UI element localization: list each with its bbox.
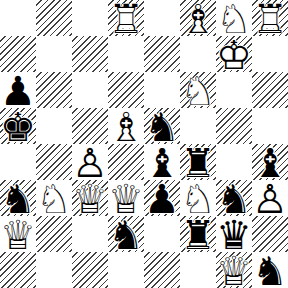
square-b1[interactable] xyxy=(36,252,72,288)
square-a2[interactable]: ♛♕ xyxy=(0,216,36,252)
white-pawn-piece: ♙ xyxy=(72,145,108,180)
square-h6[interactable] xyxy=(252,72,288,108)
square-b3[interactable]: ♞♘ xyxy=(36,180,72,216)
square-g1[interactable]: ♛♕ xyxy=(216,252,252,288)
square-b5[interactable] xyxy=(36,108,72,144)
square-e4[interactable]: ♝ xyxy=(144,144,180,180)
white-queen-piece-fill: ♛ xyxy=(0,217,36,252)
black-bishop-piece: ♝ xyxy=(252,145,288,180)
square-a7[interactable] xyxy=(0,36,36,72)
square-a8[interactable] xyxy=(0,0,36,36)
white-queen-piece-fill: ♛ xyxy=(216,253,252,288)
square-g8[interactable]: ♞♘ xyxy=(216,0,252,36)
square-b2[interactable] xyxy=(36,216,72,252)
square-c3[interactable]: ♛♕ xyxy=(72,180,108,216)
white-queen-piece-fill: ♛ xyxy=(108,181,144,216)
square-d1[interactable] xyxy=(108,252,144,288)
white-bishop-piece-fill: ♝ xyxy=(108,109,144,144)
square-e8[interactable] xyxy=(144,0,180,36)
black-queen-piece: ♛ xyxy=(216,217,252,252)
square-h5[interactable] xyxy=(252,108,288,144)
square-d2[interactable]: ♞ xyxy=(108,216,144,252)
square-g5[interactable] xyxy=(216,108,252,144)
square-d5[interactable]: ♝♗ xyxy=(108,108,144,144)
square-a5[interactable]: ♚ xyxy=(0,108,36,144)
white-knight-piece: ♘ xyxy=(180,73,216,108)
black-pawn-piece: ♟ xyxy=(0,73,36,108)
white-queen-piece: ♕ xyxy=(0,217,36,252)
square-b6[interactable] xyxy=(36,72,72,108)
white-rook-piece-fill: ♜ xyxy=(252,1,288,36)
square-f7[interactable] xyxy=(180,36,216,72)
white-pawn-piece-fill: ♟ xyxy=(252,181,288,216)
square-a1[interactable] xyxy=(0,252,36,288)
square-e1[interactable] xyxy=(144,252,180,288)
black-knight-piece: ♞ xyxy=(0,181,36,216)
square-g6[interactable] xyxy=(216,72,252,108)
white-bishop-piece: ♗ xyxy=(108,109,144,144)
square-h4[interactable]: ♝ xyxy=(252,144,288,180)
black-knight-piece: ♞ xyxy=(216,181,252,216)
square-f3[interactable]: ♞♘ xyxy=(180,180,216,216)
square-c2[interactable] xyxy=(72,216,108,252)
white-bishop-piece: ♗ xyxy=(180,1,216,36)
square-f6[interactable]: ♞♘ xyxy=(180,72,216,108)
square-h2[interactable] xyxy=(252,216,288,252)
square-a6[interactable]: ♟ xyxy=(0,72,36,108)
square-a4[interactable] xyxy=(0,144,36,180)
square-h3[interactable]: ♟♙ xyxy=(252,180,288,216)
square-g4[interactable] xyxy=(216,144,252,180)
square-a3[interactable]: ♞ xyxy=(0,180,36,216)
square-d3[interactable]: ♛♕ xyxy=(108,180,144,216)
white-queen-piece: ♕ xyxy=(108,181,144,216)
square-g7[interactable]: ♚♔ xyxy=(216,36,252,72)
square-b7[interactable] xyxy=(36,36,72,72)
square-f5[interactable] xyxy=(180,108,216,144)
white-pawn-piece: ♙ xyxy=(252,181,288,216)
square-f2[interactable]: ♜ xyxy=(180,216,216,252)
square-e5[interactable]: ♞ xyxy=(144,108,180,144)
square-d6[interactable] xyxy=(108,72,144,108)
white-knight-piece-fill: ♞ xyxy=(216,1,252,36)
square-c5[interactable] xyxy=(72,108,108,144)
black-king-piece: ♚ xyxy=(0,109,36,144)
white-king-piece: ♔ xyxy=(216,37,252,72)
square-d4[interactable] xyxy=(108,144,144,180)
white-queen-piece: ♕ xyxy=(72,181,108,216)
white-knight-piece-fill: ♞ xyxy=(180,73,216,108)
square-d8[interactable]: ♜♖ xyxy=(108,0,144,36)
white-rook-piece: ♖ xyxy=(252,1,288,36)
square-c6[interactable] xyxy=(72,72,108,108)
white-knight-piece-fill: ♞ xyxy=(180,181,216,216)
black-knight-piece: ♞ xyxy=(108,217,144,252)
square-e2[interactable] xyxy=(144,216,180,252)
white-pawn-piece-fill: ♟ xyxy=(72,145,108,180)
square-h1[interactable]: ♞ xyxy=(252,252,288,288)
square-f4[interactable]: ♜ xyxy=(180,144,216,180)
white-knight-piece: ♘ xyxy=(216,1,252,36)
square-c1[interactable] xyxy=(72,252,108,288)
white-rook-piece: ♖ xyxy=(108,1,144,36)
white-rook-piece-fill: ♜ xyxy=(108,1,144,36)
white-knight-piece: ♘ xyxy=(36,181,72,216)
black-rook-piece: ♜ xyxy=(180,145,216,180)
square-b8[interactable] xyxy=(36,0,72,36)
white-queen-piece-fill: ♛ xyxy=(72,181,108,216)
square-h8[interactable]: ♜♖ xyxy=(252,0,288,36)
black-knight-piece: ♞ xyxy=(144,109,180,144)
square-h7[interactable] xyxy=(252,36,288,72)
black-knight-piece: ♞ xyxy=(252,253,288,288)
white-queen-piece: ♕ xyxy=(216,253,252,288)
square-c8[interactable] xyxy=(72,0,108,36)
square-g3[interactable]: ♞ xyxy=(216,180,252,216)
chess-diagram: ♜♖♝♗♞♘♜♖♚♔♟♞♘♚♝♗♞♟♙♝♜♝♞♞♘♛♕♛♕♟♞♘♞♟♙♛♕♞♜♛… xyxy=(0,0,288,288)
white-king-piece-fill: ♚ xyxy=(216,37,252,72)
square-e7[interactable] xyxy=(144,36,180,72)
square-e3[interactable]: ♟ xyxy=(144,180,180,216)
square-b4[interactable] xyxy=(36,144,72,180)
black-rook-piece: ♜ xyxy=(180,217,216,252)
square-g2[interactable]: ♛ xyxy=(216,216,252,252)
chess-board: ♜♖♝♗♞♘♜♖♚♔♟♞♘♚♝♗♞♟♙♝♜♝♞♞♘♛♕♛♕♟♞♘♞♟♙♛♕♞♜♛… xyxy=(0,0,288,288)
square-c7[interactable] xyxy=(72,36,108,72)
square-f1[interactable] xyxy=(180,252,216,288)
black-pawn-piece: ♟ xyxy=(144,181,180,216)
black-bishop-piece: ♝ xyxy=(144,145,180,180)
square-e6[interactable] xyxy=(144,72,180,108)
white-bishop-piece-fill: ♝ xyxy=(180,1,216,36)
square-f8[interactable]: ♝♗ xyxy=(180,0,216,36)
square-c4[interactable]: ♟♙ xyxy=(72,144,108,180)
square-d7[interactable] xyxy=(108,36,144,72)
white-knight-piece-fill: ♞ xyxy=(36,181,72,216)
white-knight-piece: ♘ xyxy=(180,181,216,216)
